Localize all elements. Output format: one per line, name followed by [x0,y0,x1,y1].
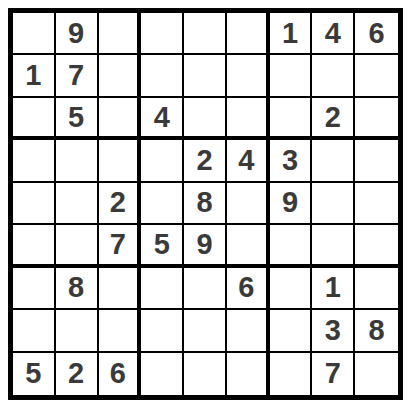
cell-r7c2-given: 8 [56,268,99,310]
cell-r8c4-empty[interactable] [141,310,184,352]
cell-r3c6-empty[interactable] [227,98,270,140]
cell-r9c9-empty[interactable] [355,353,398,395]
cell-r7c7-empty[interactable] [270,268,313,310]
cell-r3c5-empty[interactable] [184,98,227,140]
cell-r1c7-given: 1 [270,13,313,55]
cell-r9c6-empty[interactable] [227,353,270,395]
cell-r3c9-empty[interactable] [355,98,398,140]
cell-r2c8-empty[interactable] [312,55,355,97]
cell-r7c8-given: 1 [312,268,355,310]
cell-r5c7-given: 9 [270,183,313,225]
cell-r4c7-given: 3 [270,140,313,182]
cell-r1c2-given: 9 [56,13,99,55]
cell-r2c2-given: 7 [56,55,99,97]
cell-r4c4-empty[interactable] [141,140,184,182]
sudoku-page: 914617542243289759861385267 [0,0,411,408]
cell-r5c3-given: 2 [99,183,142,225]
cell-r4c2-empty[interactable] [56,140,99,182]
cell-r9c3-given: 6 [99,353,142,395]
cell-r9c2-given: 2 [56,353,99,395]
cell-r8c1-empty[interactable] [13,310,56,352]
cell-r1c9-given: 6 [355,13,398,55]
cell-r8c9-given: 8 [355,310,398,352]
cell-r6c2-empty[interactable] [56,225,99,267]
cell-r6c4-given: 5 [141,225,184,267]
cell-r5c5-given: 8 [184,183,227,225]
cell-r6c3-given: 7 [99,225,142,267]
cell-r1c5-empty[interactable] [184,13,227,55]
cell-r5c6-empty[interactable] [227,183,270,225]
cell-r6c9-empty[interactable] [355,225,398,267]
cell-r8c8-given: 3 [312,310,355,352]
cell-r8c2-empty[interactable] [56,310,99,352]
cell-r5c4-empty[interactable] [141,183,184,225]
cell-r4c9-empty[interactable] [355,140,398,182]
cell-r1c4-empty[interactable] [141,13,184,55]
cell-r2c6-empty[interactable] [227,55,270,97]
cell-r3c3-empty[interactable] [99,98,142,140]
cell-r7c5-empty[interactable] [184,268,227,310]
cell-r9c8-given: 7 [312,353,355,395]
cell-r8c5-empty[interactable] [184,310,227,352]
cell-r5c2-empty[interactable] [56,183,99,225]
cell-r9c1-given: 5 [13,353,56,395]
cell-r8c3-empty[interactable] [99,310,142,352]
cell-r6c1-empty[interactable] [13,225,56,267]
cell-r7c9-empty[interactable] [355,268,398,310]
cell-r7c3-empty[interactable] [99,268,142,310]
cell-r4c6-given: 4 [227,140,270,182]
sudoku-board: 914617542243289759861385267 [8,8,403,400]
cell-r6c8-empty[interactable] [312,225,355,267]
cell-r8c6-empty[interactable] [227,310,270,352]
cell-r4c5-given: 2 [184,140,227,182]
cell-r1c6-empty[interactable] [227,13,270,55]
cell-r3c8-given: 2 [312,98,355,140]
cell-r2c4-empty[interactable] [141,55,184,97]
cell-r5c8-empty[interactable] [312,183,355,225]
cell-r7c4-empty[interactable] [141,268,184,310]
cell-r8c7-empty[interactable] [270,310,313,352]
cell-r2c7-empty[interactable] [270,55,313,97]
cell-r6c5-given: 9 [184,225,227,267]
cell-r7c6-given: 6 [227,268,270,310]
cell-r3c1-empty[interactable] [13,98,56,140]
cell-r2c9-empty[interactable] [355,55,398,97]
cell-r6c7-empty[interactable] [270,225,313,267]
cell-r9c7-empty[interactable] [270,353,313,395]
cell-r9c5-empty[interactable] [184,353,227,395]
cell-r4c3-empty[interactable] [99,140,142,182]
cell-r4c1-empty[interactable] [13,140,56,182]
cell-r2c5-empty[interactable] [184,55,227,97]
cell-r1c8-given: 4 [312,13,355,55]
cell-r3c4-given: 4 [141,98,184,140]
cell-r6c6-empty[interactable] [227,225,270,267]
cell-r2c3-empty[interactable] [99,55,142,97]
cell-r7c1-empty[interactable] [13,268,56,310]
cell-r1c3-empty[interactable] [99,13,142,55]
cell-r3c7-empty[interactable] [270,98,313,140]
cell-r3c2-given: 5 [56,98,99,140]
cell-r1c1-empty[interactable] [13,13,56,55]
cell-r2c1-given: 1 [13,55,56,97]
cell-r4c8-empty[interactable] [312,140,355,182]
cell-r9c4-empty[interactable] [141,353,184,395]
cell-r5c1-empty[interactable] [13,183,56,225]
cell-r5c9-empty[interactable] [355,183,398,225]
